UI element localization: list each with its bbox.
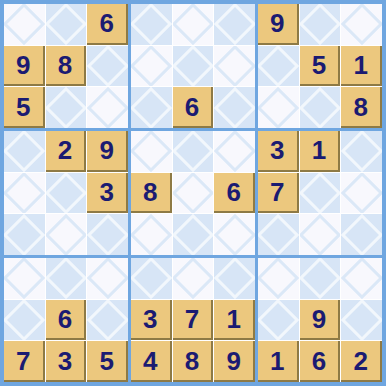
given-digit: 9 (312, 306, 326, 332)
cell-r2c7[interactable] (258, 46, 299, 87)
cell-r6c8[interactable] (300, 214, 341, 255)
cell-r1c4[interactable] (131, 4, 172, 45)
cell-r7c9[interactable] (341, 258, 382, 299)
diamond-decoration-icon (4, 258, 45, 299)
cell-r6c3[interactable] (87, 214, 128, 255)
diamond-decoration-icon (87, 87, 128, 128)
cell-r2c3[interactable] (87, 46, 128, 87)
diamond-decoration-icon (300, 4, 341, 45)
cell-r9c6[interactable]: 9 (214, 341, 255, 382)
given-digit: 8 (353, 94, 367, 120)
cell-r8c4[interactable]: 3 (131, 300, 172, 341)
diamond-decoration-icon (173, 258, 214, 299)
given-digit: 5 (16, 94, 30, 120)
given-digit: 2 (58, 137, 72, 163)
given-digit: 6 (185, 94, 199, 120)
cell-r2c6[interactable] (214, 46, 255, 87)
block-r3c1: 6735 (4, 258, 128, 382)
cell-r9c2[interactable]: 3 (46, 341, 87, 382)
given-digit: 1 (226, 306, 240, 332)
block-r3c2: 371489 (131, 258, 255, 382)
cell-r3c7[interactable] (258, 87, 299, 128)
cell-r2c1[interactable]: 9 (4, 46, 45, 87)
cell-r2c8[interactable]: 5 (300, 46, 341, 87)
given-digit: 8 (185, 348, 199, 374)
cell-r1c8[interactable] (300, 4, 341, 45)
given-digit: 6 (226, 179, 240, 205)
diamond-decoration-icon (258, 258, 299, 299)
diamond-decoration-icon (214, 214, 255, 255)
cell-r1c2[interactable] (46, 4, 87, 45)
diamond-decoration-icon (214, 87, 255, 128)
cell-r3c4[interactable] (131, 87, 172, 128)
given-digit: 7 (185, 306, 199, 332)
cell-r3c3[interactable] (87, 87, 128, 128)
cell-r7c6[interactable] (214, 258, 255, 299)
cell-r7c1[interactable] (4, 258, 45, 299)
given-digit: 7 (270, 179, 284, 205)
diamond-decoration-icon (4, 173, 45, 214)
diamond-decoration-icon (4, 214, 45, 255)
given-digit: 9 (99, 137, 113, 163)
diamond-decoration-icon (258, 214, 299, 255)
diamond-decoration-icon (258, 300, 299, 341)
sudoku-board: 6985695182938631767353714899162 (0, 0, 386, 386)
diamond-decoration-icon (46, 214, 87, 255)
diamond-decoration-icon (131, 131, 172, 172)
cell-r7c5[interactable] (173, 258, 214, 299)
cell-r6c7[interactable] (258, 214, 299, 255)
cell-r8c6[interactable]: 1 (214, 300, 255, 341)
cell-r9c4[interactable]: 4 (131, 341, 172, 382)
cell-r6c4[interactable] (131, 214, 172, 255)
cell-r2c5[interactable] (173, 46, 214, 87)
diamond-decoration-icon (341, 258, 382, 299)
cell-r2c9[interactable]: 1 (341, 46, 382, 87)
given-digit: 3 (58, 348, 72, 374)
diamond-decoration-icon (341, 300, 382, 341)
cell-r8c5[interactable]: 7 (173, 300, 214, 341)
block-r3c3: 9162 (258, 258, 382, 382)
cell-r5c1[interactable] (4, 173, 45, 214)
diamond-decoration-icon (300, 258, 341, 299)
cell-r9c7[interactable]: 1 (258, 341, 299, 382)
diamond-decoration-icon (173, 173, 214, 214)
cell-r5c4[interactable]: 8 (131, 173, 172, 214)
diamond-decoration-icon (341, 131, 382, 172)
given-digit: 2 (353, 348, 367, 374)
given-digit: 3 (270, 137, 284, 163)
cell-r6c9[interactable] (341, 214, 382, 255)
diamond-decoration-icon (173, 46, 214, 87)
cell-r4c7[interactable]: 3 (258, 131, 299, 172)
diamond-decoration-icon (214, 46, 255, 87)
cell-r7c7[interactable] (258, 258, 299, 299)
given-digit: 3 (143, 306, 157, 332)
cell-r7c2[interactable] (46, 258, 87, 299)
cell-r5c5[interactable] (173, 173, 214, 214)
given-digit: 4 (143, 348, 157, 374)
diamond-decoration-icon (341, 214, 382, 255)
cell-r6c2[interactable] (46, 214, 87, 255)
given-digit: 9 (270, 10, 284, 36)
given-digit: 6 (99, 10, 113, 36)
given-digit: 6 (58, 306, 72, 332)
given-digit: 5 (312, 52, 326, 78)
cell-r7c3[interactable] (87, 258, 128, 299)
cell-r8c7[interactable] (258, 300, 299, 341)
cell-r2c4[interactable] (131, 46, 172, 87)
cell-r4c8[interactable]: 1 (300, 131, 341, 172)
cell-r1c6[interactable] (214, 4, 255, 45)
cell-r8c8[interactable]: 9 (300, 300, 341, 341)
cell-r5c3[interactable]: 3 (87, 173, 128, 214)
diamond-decoration-icon (46, 4, 87, 45)
cell-r3c5[interactable]: 6 (173, 87, 214, 128)
diamond-decoration-icon (341, 4, 382, 45)
given-digit: 8 (143, 179, 157, 205)
diamond-decoration-icon (131, 214, 172, 255)
diamond-decoration-icon (300, 87, 341, 128)
cell-r9c8[interactable]: 6 (300, 341, 341, 382)
diamond-decoration-icon (214, 258, 255, 299)
diamond-decoration-icon (173, 131, 214, 172)
diamond-decoration-icon (258, 46, 299, 87)
diamond-decoration-icon (87, 214, 128, 255)
block-r1c1: 6985 (4, 4, 128, 128)
diamond-decoration-icon (341, 173, 382, 214)
cell-r9c5[interactable]: 8 (173, 341, 214, 382)
cell-r8c1[interactable] (4, 300, 45, 341)
diamond-decoration-icon (4, 4, 45, 45)
block-r2c2: 86 (131, 131, 255, 255)
diamond-decoration-icon (214, 4, 255, 45)
cell-r6c5[interactable] (173, 214, 214, 255)
diamond-decoration-icon (87, 46, 128, 87)
given-digit: 1 (312, 137, 326, 163)
cell-r2c2[interactable]: 8 (46, 46, 87, 87)
given-digit: 9 (16, 52, 30, 78)
cell-r6c1[interactable] (4, 214, 45, 255)
cell-r3c9[interactable]: 8 (341, 87, 382, 128)
cell-r5c8[interactable] (300, 173, 341, 214)
cell-r9c9[interactable]: 2 (341, 341, 382, 382)
cell-r1c1[interactable] (4, 4, 45, 45)
given-digit: 5 (99, 348, 113, 374)
cell-r5c2[interactable] (46, 173, 87, 214)
block-r1c2: 6 (131, 4, 255, 128)
cell-r6c6[interactable] (214, 214, 255, 255)
cell-r1c9[interactable] (341, 4, 382, 45)
given-digit: 7 (16, 348, 30, 374)
cell-r3c2[interactable] (46, 87, 87, 128)
cell-r1c3[interactable]: 6 (87, 4, 128, 45)
cell-r4c3[interactable]: 9 (87, 131, 128, 172)
diamond-decoration-icon (173, 4, 214, 45)
cell-r1c5[interactable] (173, 4, 214, 45)
cell-r5c7[interactable]: 7 (258, 173, 299, 214)
cell-r4c9[interactable] (341, 131, 382, 172)
diamond-decoration-icon (214, 131, 255, 172)
block-r1c3: 9518 (258, 4, 382, 128)
diamond-decoration-icon (131, 46, 172, 87)
cell-r8c3[interactable] (87, 300, 128, 341)
cell-r4c2[interactable]: 2 (46, 131, 87, 172)
cell-r4c1[interactable] (4, 131, 45, 172)
cell-r5c9[interactable] (341, 173, 382, 214)
diamond-decoration-icon (131, 258, 172, 299)
block-r2c1: 293 (4, 131, 128, 255)
diamond-decoration-icon (46, 173, 87, 214)
diamond-decoration-icon (87, 258, 128, 299)
given-digit: 6 (312, 348, 326, 374)
cell-r9c1[interactable]: 7 (4, 341, 45, 382)
diamond-decoration-icon (258, 87, 299, 128)
diamond-decoration-icon (4, 300, 45, 341)
cell-r4c6[interactable] (214, 131, 255, 172)
cell-r8c9[interactable] (341, 300, 382, 341)
cell-r7c4[interactable] (131, 258, 172, 299)
given-digit: 1 (353, 52, 367, 78)
cell-r5c6[interactable]: 6 (214, 173, 255, 214)
diamond-decoration-icon (173, 214, 214, 255)
cell-r1c7[interactable]: 9 (258, 4, 299, 45)
given-digit: 3 (99, 179, 113, 205)
cell-r3c8[interactable] (300, 87, 341, 128)
cell-r9c3[interactable]: 5 (87, 341, 128, 382)
given-digit: 1 (270, 348, 284, 374)
cell-r8c2[interactable]: 6 (46, 300, 87, 341)
cell-r7c8[interactable] (300, 258, 341, 299)
given-digit: 9 (226, 348, 240, 374)
diamond-decoration-icon (4, 131, 45, 172)
diamond-decoration-icon (87, 300, 128, 341)
block-r2c3: 317 (258, 131, 382, 255)
diamond-decoration-icon (131, 4, 172, 45)
given-digit: 8 (58, 52, 72, 78)
cell-r3c1[interactable]: 5 (4, 87, 45, 128)
diamond-decoration-icon (131, 87, 172, 128)
cell-r4c5[interactable] (173, 131, 214, 172)
diamond-decoration-icon (46, 87, 87, 128)
cell-r4c4[interactable] (131, 131, 172, 172)
diamond-decoration-icon (300, 173, 341, 214)
cell-r3c6[interactable] (214, 87, 255, 128)
diamond-decoration-icon (46, 258, 87, 299)
diamond-decoration-icon (300, 214, 341, 255)
